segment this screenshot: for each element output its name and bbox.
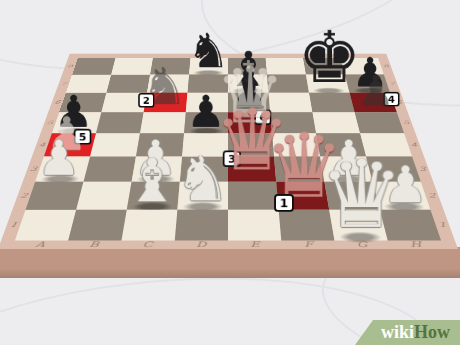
square-h4 bbox=[360, 133, 412, 156]
piece-shadow bbox=[339, 232, 382, 244]
file-label-c: C bbox=[120, 240, 175, 249]
square-f1 bbox=[279, 210, 335, 241]
square-g3: ♟ bbox=[320, 157, 373, 182]
square-a2 bbox=[26, 182, 84, 210]
square-b2 bbox=[76, 182, 131, 210]
wikihow-badge: wikiHow bbox=[355, 320, 460, 345]
square-g8 bbox=[303, 58, 345, 75]
square-b6 bbox=[101, 93, 147, 113]
square-a1 bbox=[15, 210, 76, 241]
wikihow-badge-how-text: How bbox=[414, 322, 450, 343]
square-h7: ♟ bbox=[345, 75, 390, 93]
square-d7 bbox=[187, 75, 228, 93]
square-d4 bbox=[182, 133, 228, 156]
file-label-e: E bbox=[228, 240, 282, 249]
square-h6: ♟4 bbox=[350, 93, 397, 113]
square-e8 bbox=[228, 58, 267, 75]
square-e2 bbox=[228, 182, 279, 210]
square-f2: ♛1 bbox=[276, 182, 329, 210]
square-h5 bbox=[355, 112, 405, 133]
square-h2: ♟ bbox=[373, 182, 431, 210]
square-b3 bbox=[83, 157, 136, 182]
square-f3 bbox=[274, 157, 324, 182]
white-pawn-h2: ♟ bbox=[383, 160, 428, 211]
square-g6 bbox=[309, 93, 355, 113]
square-d1 bbox=[175, 210, 228, 241]
square-c5 bbox=[140, 112, 186, 133]
square-f5 bbox=[270, 112, 316, 133]
square-c2: ♝ bbox=[127, 182, 180, 210]
illustration-canvas: ♞♝♚♟♞2♟♟4♟♟♛6♟5♟♟♛3♟♝♞♛1♟♛ ABCDEFGH88776… bbox=[0, 0, 460, 345]
square-e7: ♝ bbox=[228, 75, 269, 93]
square-g2 bbox=[324, 182, 379, 210]
square-a7 bbox=[66, 75, 111, 93]
square-d2: ♞ bbox=[177, 182, 228, 210]
file-label-f: F bbox=[281, 240, 336, 249]
square-d3 bbox=[180, 157, 228, 182]
square-h1 bbox=[380, 210, 441, 241]
square-b8 bbox=[111, 58, 153, 75]
square-d8: ♞ bbox=[189, 58, 228, 75]
wikihow-badge-wiki-text: wiki bbox=[381, 322, 414, 343]
square-f7 bbox=[267, 75, 309, 93]
square-g7: ♚ bbox=[306, 75, 350, 93]
file-label-a: A bbox=[12, 240, 68, 249]
square-a5: ♟ bbox=[52, 112, 102, 133]
square-c4 bbox=[136, 133, 184, 156]
square-a4: ♟5 bbox=[44, 133, 96, 156]
square-c8 bbox=[150, 58, 190, 75]
square-f4 bbox=[272, 133, 320, 156]
square-a6 bbox=[59, 93, 106, 113]
file-label-d: D bbox=[174, 240, 228, 249]
square-b5 bbox=[96, 112, 144, 133]
square-d6 bbox=[186, 93, 228, 113]
square-b4 bbox=[90, 133, 140, 156]
square-b1 bbox=[68, 210, 127, 241]
square-a8 bbox=[72, 58, 115, 75]
square-b7 bbox=[106, 75, 150, 93]
file-label-g: G bbox=[335, 240, 390, 249]
square-f8 bbox=[266, 58, 306, 75]
square-d5: ♟ bbox=[184, 112, 228, 133]
square-f6 bbox=[269, 93, 313, 113]
square-c1 bbox=[121, 210, 177, 241]
square-e4 bbox=[228, 133, 274, 156]
square-h3 bbox=[366, 157, 421, 182]
square-c7 bbox=[147, 75, 189, 93]
square-c3: ♟ bbox=[132, 157, 182, 182]
board-front-edge bbox=[0, 247, 460, 278]
square-h8 bbox=[341, 58, 384, 75]
square-g5 bbox=[312, 112, 360, 133]
square-a3: ♟ bbox=[35, 157, 90, 182]
chessboard-frame: ♞♝♚♟♞2♟♟4♟♟♛6♟5♟♟♛3♟♝♞♛1♟♛ ABCDEFGH88776… bbox=[0, 54, 458, 249]
square-e3: ♛3 bbox=[228, 157, 276, 182]
chessboard: ♞♝♚♟♞2♟♟4♟♟♛6♟5♟♟♛3♟♝♞♛1♟♛ bbox=[15, 58, 441, 241]
square-e6: ♟ bbox=[228, 93, 270, 113]
black-knight-d8: ♞ bbox=[187, 28, 230, 76]
square-c6: ♞2 bbox=[144, 93, 188, 113]
step-marker-6: 6 bbox=[255, 110, 272, 125]
square-g1: ♛ bbox=[329, 210, 388, 241]
file-label-b: B bbox=[66, 240, 121, 249]
square-e1 bbox=[228, 210, 281, 241]
step-marker-4: 4 bbox=[383, 92, 399, 107]
square-e5: ♛6 bbox=[228, 112, 272, 133]
square-g4 bbox=[316, 133, 366, 156]
file-label-h: H bbox=[388, 240, 444, 249]
